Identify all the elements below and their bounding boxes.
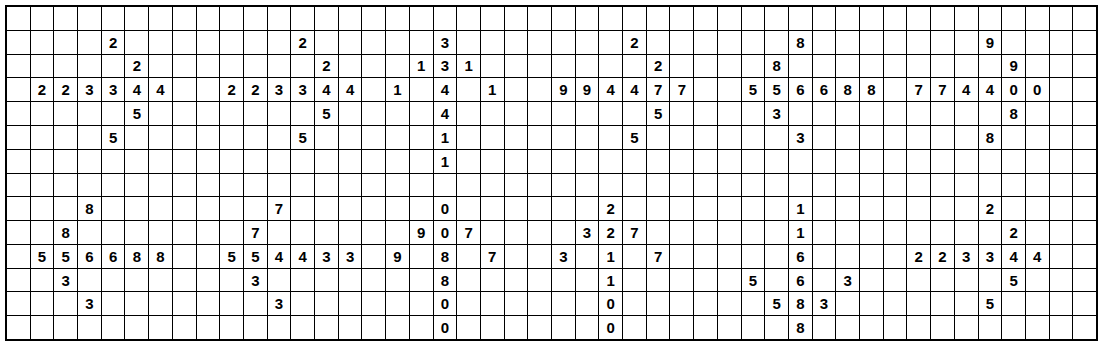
grid-cell-empty [647, 174, 670, 197]
grid-cell-empty [884, 55, 907, 78]
grid-cell-empty [670, 150, 693, 173]
grid-cell-empty [813, 55, 836, 78]
grid-cell-empty [31, 269, 54, 292]
grid-cell-empty [907, 102, 930, 125]
grid-cell-empty [481, 221, 504, 244]
grid-cell-empty [125, 31, 148, 54]
grid-cell-empty [860, 7, 883, 30]
grid-cell-empty [197, 7, 220, 30]
grid-cell-empty [291, 7, 314, 30]
grid-cell-digit: 5 [315, 102, 338, 125]
grid-cell-empty [78, 150, 101, 173]
grid-cell-empty [813, 126, 836, 149]
grid-cell-empty [78, 221, 101, 244]
grid-cell-digit: 0 [434, 197, 457, 220]
grid-cell-digit: 5 [742, 78, 765, 101]
grid-cell-empty [528, 221, 551, 244]
grid-cell-digit: 7 [244, 221, 267, 244]
grid-cell-empty [173, 221, 196, 244]
grid-cell-empty [718, 245, 741, 268]
grid-cell-empty [173, 174, 196, 197]
grid-cell-empty [836, 55, 859, 78]
grid-cell-empty [623, 55, 646, 78]
grid-cell-empty [576, 292, 599, 315]
grid-cell-digit: 2 [54, 78, 77, 101]
grid-cell-empty [884, 174, 907, 197]
grid-cell-empty [386, 126, 409, 149]
grid-cell-empty [860, 102, 883, 125]
grid-cell-digit: 3 [789, 126, 812, 149]
grid-cell-digit: 4 [315, 78, 338, 101]
grid-cell-digit: 5 [647, 102, 670, 125]
grid-cell-empty [931, 7, 954, 30]
grid-cell-empty [647, 292, 670, 315]
grid-cell-empty [362, 221, 385, 244]
grid-cell-digit: 3 [765, 102, 788, 125]
grid-cell-empty [528, 316, 551, 339]
grid-cell-empty [647, 269, 670, 292]
grid-cell-empty [528, 150, 551, 173]
grid-cell-empty [386, 7, 409, 30]
grid-cell-empty [7, 102, 30, 125]
grid-cell-empty [907, 126, 930, 149]
grid-cell-empty [647, 221, 670, 244]
grid-cell-empty [54, 316, 77, 339]
grid-cell-digit: 2 [931, 245, 954, 268]
grid-cell-empty [670, 174, 693, 197]
grid-cell-digit: 4 [339, 78, 362, 101]
grid-cell-empty [339, 31, 362, 54]
grid-cell-digit: 8 [836, 78, 859, 101]
grid-cell-empty [173, 78, 196, 101]
grid-cell-digit: 8 [789, 31, 812, 54]
grid-cell-empty [149, 269, 172, 292]
grid-cell-empty [552, 150, 575, 173]
grid-cell-empty [1073, 197, 1096, 220]
grid-cell-empty [1002, 316, 1025, 339]
grid-cell-empty [647, 31, 670, 54]
grid-cell-empty [718, 78, 741, 101]
grid-cell-empty [1073, 55, 1096, 78]
grid-cell-empty [765, 316, 788, 339]
grid-cell-empty [315, 292, 338, 315]
grid-cell-digit: 2 [1002, 221, 1025, 244]
grid-cell-empty [197, 31, 220, 54]
grid-cell-empty [623, 150, 646, 173]
grid-cell-empty [718, 197, 741, 220]
grid-cell-empty [670, 245, 693, 268]
grid-cell-digit: 3 [78, 78, 101, 101]
grid-cell-empty [7, 221, 30, 244]
grid-cell-empty [836, 197, 859, 220]
grid-cell-empty [386, 31, 409, 54]
grid-cell-empty [718, 7, 741, 30]
grid-cell-empty [860, 197, 883, 220]
grid-cell-empty [54, 31, 77, 54]
grid-cell-empty [7, 150, 30, 173]
grid-cell-empty [813, 150, 836, 173]
grid-cell-empty [481, 150, 504, 173]
grid-cell-empty [197, 78, 220, 101]
grid-cell-digit: 8 [125, 245, 148, 268]
grid-cell-empty [576, 197, 599, 220]
grid-cell-empty [860, 316, 883, 339]
grid-cell-empty [268, 7, 291, 30]
grid-cell-digit: 3 [315, 245, 338, 268]
grid-cell-empty [552, 126, 575, 149]
grid-cell-empty [742, 197, 765, 220]
grid-cell-empty [7, 31, 30, 54]
grid-cell-empty [173, 55, 196, 78]
grid-cell-empty [623, 292, 646, 315]
grid-cell-empty [1050, 269, 1073, 292]
grid-cell-digit: 1 [789, 221, 812, 244]
grid-cell-digit: 2 [220, 78, 243, 101]
grid-cell-empty [197, 292, 220, 315]
grid-cell-empty [31, 174, 54, 197]
grid-cell-empty [884, 221, 907, 244]
grid-cell-empty [528, 7, 551, 30]
grid-cell-empty [884, 245, 907, 268]
grid-cell-empty [528, 126, 551, 149]
grid-cell-empty [884, 7, 907, 30]
grid-cell-empty [220, 126, 243, 149]
grid-cell-empty [694, 55, 717, 78]
grid-cell-empty [457, 269, 480, 292]
grid-cell-digit: 3 [54, 269, 77, 292]
grid-cell-empty [149, 31, 172, 54]
grid-cell-digit: 6 [102, 245, 125, 268]
grid-cell-empty [718, 102, 741, 125]
grid-cell-digit: 6 [789, 269, 812, 292]
grid-cell-empty [813, 102, 836, 125]
grid-cell-empty [7, 55, 30, 78]
grid-cell-empty [552, 7, 575, 30]
grid-cell-empty [931, 197, 954, 220]
grid-cell-digit: 9 [552, 78, 575, 101]
grid-cell-empty [197, 174, 220, 197]
grid-cell-empty [979, 7, 1002, 30]
grid-cell-empty [244, 31, 267, 54]
grid-cell-empty [694, 150, 717, 173]
grid-cell-empty [694, 197, 717, 220]
grid-cell-digit: 2 [291, 31, 314, 54]
grid-cell-empty [955, 102, 978, 125]
grid-cell-empty [31, 221, 54, 244]
grid-cell-empty [220, 197, 243, 220]
grid-cell-digit: 7 [907, 78, 930, 101]
grid-cell-empty [505, 269, 528, 292]
grid-cell-empty [552, 102, 575, 125]
grid-cell-empty [505, 31, 528, 54]
grid-cell-empty [694, 174, 717, 197]
grid-cell-empty [860, 292, 883, 315]
grid-cell-empty [955, 31, 978, 54]
grid-cell-empty [457, 292, 480, 315]
grid-cell-empty [386, 102, 409, 125]
board-grid: 2232892213128922334422334414199447755668… [5, 5, 1098, 341]
grid-cell-empty [505, 150, 528, 173]
grid-cell-empty [268, 55, 291, 78]
grid-cell-empty [7, 316, 30, 339]
grid-cell-empty [955, 197, 978, 220]
grid-cell-empty [505, 102, 528, 125]
grid-cell-empty [979, 269, 1002, 292]
grid-cell-empty [197, 245, 220, 268]
grid-cell-digit: 5 [765, 292, 788, 315]
grid-cell-digit: 0 [434, 316, 457, 339]
grid-cell-empty [694, 78, 717, 101]
grid-cell-empty [1026, 150, 1049, 173]
grid-cell-empty [860, 221, 883, 244]
grid-cell-digit: 1 [599, 269, 622, 292]
grid-cell-empty [410, 316, 433, 339]
grid-cell-empty [410, 245, 433, 268]
grid-cell-digit: 3 [576, 221, 599, 244]
grid-cell-empty [884, 316, 907, 339]
grid-cell-empty [244, 126, 267, 149]
grid-cell-empty [907, 292, 930, 315]
grid-cell-empty [268, 269, 291, 292]
grid-cell-empty [31, 316, 54, 339]
grid-cell-empty [149, 7, 172, 30]
grid-cell-digit: 4 [434, 102, 457, 125]
grid-cell-empty [362, 316, 385, 339]
grid-cell-empty [410, 150, 433, 173]
grid-cell-digit: 5 [31, 245, 54, 268]
grid-cell-empty [173, 292, 196, 315]
grid-cell-empty [149, 174, 172, 197]
grid-cell-empty [955, 316, 978, 339]
grid-cell-empty [7, 197, 30, 220]
grid-cell-empty [836, 102, 859, 125]
grid-cell-digit: 8 [789, 316, 812, 339]
grid-cell-empty [765, 150, 788, 173]
grid-cell-empty [149, 150, 172, 173]
grid-cell-empty [907, 197, 930, 220]
grid-cell-empty [552, 316, 575, 339]
grid-cell-empty [718, 31, 741, 54]
grid-cell-empty [339, 150, 362, 173]
grid-cell-empty [718, 55, 741, 78]
grid-cell-digit: 4 [291, 245, 314, 268]
grid-cell-empty [244, 174, 267, 197]
grid-cell-empty [931, 31, 954, 54]
grid-cell-digit: 3 [979, 245, 1002, 268]
grid-cell-digit: 1 [457, 55, 480, 78]
grid-cell-empty [647, 150, 670, 173]
grid-cell-empty [931, 174, 954, 197]
grid-cell-empty [149, 126, 172, 149]
grid-cell-empty [1026, 197, 1049, 220]
grid-cell-empty [220, 292, 243, 315]
grid-cell-empty [576, 269, 599, 292]
grid-cell-empty [505, 174, 528, 197]
grid-cell-digit: 6 [789, 78, 812, 101]
grid-cell-empty [362, 174, 385, 197]
grid-cell-empty [125, 292, 148, 315]
grid-cell-empty [742, 174, 765, 197]
grid-cell-empty [836, 292, 859, 315]
grid-cell-empty [1026, 292, 1049, 315]
grid-cell-empty [1002, 197, 1025, 220]
grid-cell-empty [410, 197, 433, 220]
grid-cell-empty [505, 292, 528, 315]
grid-cell-empty [576, 316, 599, 339]
grid-cell-empty [528, 174, 551, 197]
grid-cell-digit: 8 [789, 292, 812, 315]
grid-cell-empty [836, 174, 859, 197]
grid-cell-empty [1026, 126, 1049, 149]
grid-cell-empty [410, 31, 433, 54]
grid-cell-empty [670, 269, 693, 292]
grid-cell-empty [149, 221, 172, 244]
grid-cell-empty [789, 102, 812, 125]
grid-cell-empty [481, 31, 504, 54]
grid-cell-digit: 5 [125, 102, 148, 125]
grid-cell-empty [576, 150, 599, 173]
grid-cell-empty [1073, 316, 1096, 339]
grid-cell-digit: 0 [599, 292, 622, 315]
grid-cell-empty [979, 150, 1002, 173]
grid-cell-empty [836, 221, 859, 244]
grid-cell-empty [599, 150, 622, 173]
grid-cell-empty [197, 316, 220, 339]
grid-cell-empty [1002, 126, 1025, 149]
grid-cell-empty [1073, 150, 1096, 173]
grid-cell-empty [718, 150, 741, 173]
grid-cell-empty [410, 7, 433, 30]
grid-cell-empty [362, 126, 385, 149]
grid-cell-digit: 8 [1002, 102, 1025, 125]
grid-cell-digit: 3 [434, 55, 457, 78]
grid-cell-empty [173, 31, 196, 54]
grid-cell-empty [197, 102, 220, 125]
grid-cell-empty [54, 150, 77, 173]
grid-cell-empty [125, 221, 148, 244]
grid-cell-empty [410, 269, 433, 292]
grid-cell-empty [765, 7, 788, 30]
grid-cell-empty [907, 221, 930, 244]
grid-cell-empty [31, 292, 54, 315]
grid-cell-empty [1050, 78, 1073, 101]
grid-cell-empty [931, 316, 954, 339]
grid-cell-empty [78, 7, 101, 30]
grid-cell-empty [884, 102, 907, 125]
grid-cell-empty [765, 31, 788, 54]
grid-cell-empty [789, 150, 812, 173]
grid-cell-empty [623, 269, 646, 292]
grid-cell-empty [528, 197, 551, 220]
grid-cell-empty [599, 126, 622, 149]
grid-cell-empty [78, 126, 101, 149]
grid-cell-empty [102, 7, 125, 30]
grid-cell-empty [1073, 126, 1096, 149]
grid-cell-empty [765, 269, 788, 292]
grid-cell-empty [7, 7, 30, 30]
grid-cell-empty [481, 197, 504, 220]
grid-cell-empty [1073, 102, 1096, 125]
grid-cell-empty [694, 269, 717, 292]
grid-cell-digit: 5 [102, 126, 125, 149]
grid-cell-empty [860, 31, 883, 54]
grid-cell-empty [197, 126, 220, 149]
grid-cell-empty [694, 126, 717, 149]
grid-cell-empty [528, 292, 551, 315]
grid-cell-digit: 2 [102, 31, 125, 54]
grid-cell-empty [1073, 31, 1096, 54]
grid-cell-digit: 1 [410, 55, 433, 78]
grid-cell-empty [78, 174, 101, 197]
grid-cell-empty [1073, 78, 1096, 101]
grid-cell-empty [315, 126, 338, 149]
grid-cell-empty [54, 174, 77, 197]
grid-cell-empty [220, 31, 243, 54]
grid-cell-empty [410, 292, 433, 315]
grid-cell-empty [694, 316, 717, 339]
grid-cell-empty [102, 292, 125, 315]
grid-cell-empty [955, 55, 978, 78]
grid-cell-digit: 5 [979, 292, 1002, 315]
grid-cell-empty [78, 55, 101, 78]
grid-cell-empty [576, 55, 599, 78]
grid-cell-digit: 1 [434, 150, 457, 173]
grid-cell-empty [315, 174, 338, 197]
grid-cell-digit: 8 [979, 126, 1002, 149]
grid-cell-empty [220, 55, 243, 78]
grid-cell-empty [362, 78, 385, 101]
grid-cell-empty [670, 221, 693, 244]
grid-cell-empty [78, 102, 101, 125]
grid-cell-empty [505, 78, 528, 101]
grid-cell-empty [860, 245, 883, 268]
grid-cell-empty [576, 126, 599, 149]
grid-cell-digit: 1 [599, 245, 622, 268]
grid-cell-digit: 2 [244, 78, 267, 101]
grid-cell-empty [410, 78, 433, 101]
grid-cell-empty [623, 245, 646, 268]
grid-cell-digit: 7 [623, 221, 646, 244]
grid-cell-empty [789, 7, 812, 30]
grid-cell-digit: 4 [149, 78, 172, 101]
grid-cell-empty [362, 7, 385, 30]
grid-cell-digit: 4 [125, 78, 148, 101]
grid-cell-digit: 3 [339, 245, 362, 268]
grid-cell-empty [362, 150, 385, 173]
grid-cell-empty [54, 55, 77, 78]
grid-cell-empty [268, 102, 291, 125]
grid-cell-empty [765, 221, 788, 244]
grid-cell-empty [481, 102, 504, 125]
grid-cell-empty [149, 102, 172, 125]
grid-cell-empty [670, 316, 693, 339]
grid-cell-empty [552, 174, 575, 197]
grid-cell-empty [860, 55, 883, 78]
grid-cell-empty [102, 55, 125, 78]
grid-cell-empty [1026, 102, 1049, 125]
grid-cell-empty [362, 197, 385, 220]
grid-cell-empty [457, 245, 480, 268]
grid-cell-empty [1002, 31, 1025, 54]
grid-cell-empty [244, 55, 267, 78]
grid-cell-empty [78, 316, 101, 339]
grid-cell-empty [315, 150, 338, 173]
grid-cell-empty [742, 31, 765, 54]
grid-cell-empty [339, 292, 362, 315]
grid-cell-digit: 5 [742, 269, 765, 292]
grid-cell-empty [291, 292, 314, 315]
grid-cell-empty [931, 126, 954, 149]
